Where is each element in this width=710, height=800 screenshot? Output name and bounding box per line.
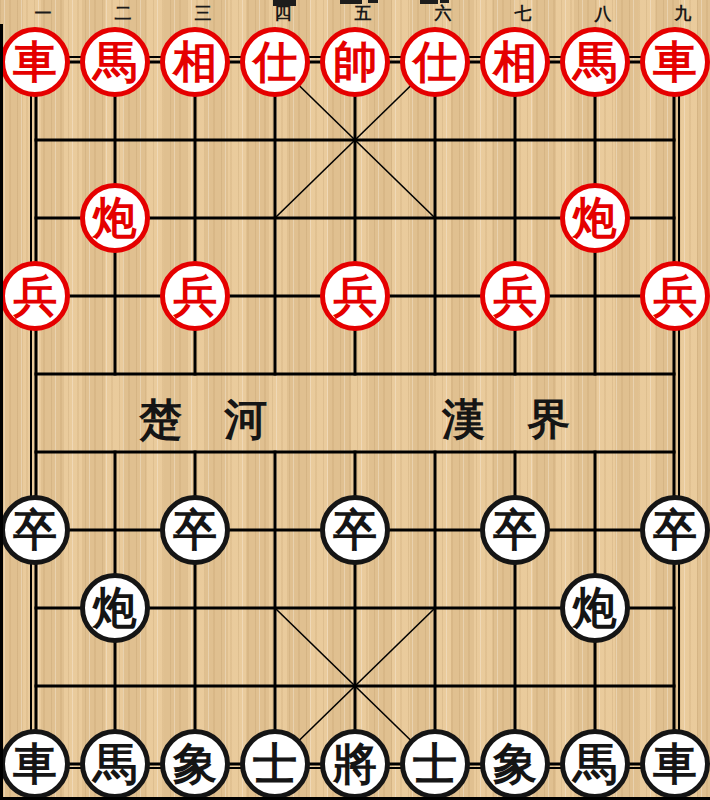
board-point-5-10[interactable]: 將 <box>315 725 395 800</box>
board-point-1-6[interactable] <box>0 413 75 491</box>
board-point-2-2[interactable] <box>75 101 155 179</box>
board-point-8-10[interactable]: 馬 <box>555 725 635 800</box>
black-piece-士-6-10[interactable]: 士 <box>400 729 470 799</box>
board-point-6-2[interactable] <box>395 101 475 179</box>
board-point-9-2[interactable] <box>635 101 710 179</box>
black-piece-將-5-10[interactable]: 將 <box>320 729 390 799</box>
black-piece-象-3-10[interactable]: 象 <box>160 729 230 799</box>
black-piece-炮-8-8[interactable]: 炮 <box>560 573 630 643</box>
board-point-4-4[interactable] <box>235 257 315 335</box>
river-character: 漢 <box>442 391 485 449</box>
board-point-2-8[interactable]: 炮 <box>75 569 155 647</box>
red-piece-仕-4-1[interactable]: 仕 <box>240 27 310 97</box>
file-label-2: 二 <box>106 2 140 25</box>
board-point-1-10[interactable]: 車 <box>0 725 75 800</box>
cropped-text-fragment <box>273 0 296 6</box>
board-point-8-2[interactable] <box>555 101 635 179</box>
cropped-text-fragment <box>440 0 449 3</box>
board-point-9-3[interactable] <box>635 179 710 257</box>
board-point-3-9[interactable] <box>155 647 235 725</box>
file-label-8: 八 <box>586 2 620 25</box>
board-point-8-9[interactable] <box>555 647 635 725</box>
board-point-8-8[interactable]: 炮 <box>555 569 635 647</box>
board-point-3-8[interactable] <box>155 569 235 647</box>
board-point-6-7[interactable] <box>395 491 475 569</box>
board-point-4-10[interactable]: 士 <box>235 725 315 800</box>
red-piece-馬-8-1[interactable]: 馬 <box>560 27 630 97</box>
board-point-4-1[interactable]: 仕 <box>235 23 315 101</box>
black-piece-象-7-10[interactable]: 象 <box>480 729 550 799</box>
board-point-5-8[interactable] <box>315 569 395 647</box>
board-point-6-1[interactable]: 仕 <box>395 23 475 101</box>
board-point-6-8[interactable] <box>395 569 475 647</box>
red-piece-兵-9-4[interactable]: 兵 <box>640 261 710 331</box>
river-character: 楚 <box>139 391 182 449</box>
black-piece-卒-9-7[interactable]: 卒 <box>640 495 710 565</box>
board-point-2-4[interactable] <box>75 257 155 335</box>
red-piece-馬-2-1[interactable]: 馬 <box>80 27 150 97</box>
black-piece-士-4-10[interactable]: 士 <box>240 729 310 799</box>
xiangqi-board: 楚河 漢界 一二三四五六七八九 車馬相仕帥仕相馬車炮炮兵兵兵兵兵卒卒卒卒卒炮炮車… <box>0 0 710 800</box>
board-point-9-6[interactable] <box>635 413 710 491</box>
board-point-4-2[interactable] <box>235 101 315 179</box>
red-piece-相-7-1[interactable]: 相 <box>480 27 550 97</box>
board-point-3-10[interactable]: 象 <box>155 725 235 800</box>
board-point-7-2[interactable] <box>475 101 555 179</box>
board-point-1-2[interactable] <box>0 101 75 179</box>
black-piece-馬-2-10[interactable]: 馬 <box>80 729 150 799</box>
board-point-1-7[interactable]: 卒 <box>0 491 75 569</box>
board-point-6-9[interactable] <box>395 647 475 725</box>
river-label-chu-he: 楚河 <box>139 391 267 449</box>
board-point-8-4[interactable] <box>555 257 635 335</box>
board-point-4-7[interactable] <box>235 491 315 569</box>
board-point-6-3[interactable] <box>395 179 475 257</box>
red-piece-帥-5-1[interactable]: 帥 <box>320 27 390 97</box>
board-point-3-2[interactable] <box>155 101 235 179</box>
board-point-7-10[interactable]: 象 <box>475 725 555 800</box>
board-point-3-3[interactable] <box>155 179 235 257</box>
board-point-9-5[interactable] <box>635 335 710 413</box>
board-point-5-2[interactable] <box>315 101 395 179</box>
river-character: 河 <box>224 391 267 449</box>
board-point-4-3[interactable] <box>235 179 315 257</box>
frame-edge-left <box>0 24 3 800</box>
board-point-5-6[interactable] <box>315 413 395 491</box>
red-piece-兵-7-4[interactable]: 兵 <box>480 261 550 331</box>
board-point-5-1[interactable]: 帥 <box>315 23 395 101</box>
black-piece-卒-1-7[interactable]: 卒 <box>0 495 70 565</box>
river-character: 界 <box>527 391 570 449</box>
red-piece-炮-8-3[interactable]: 炮 <box>560 183 630 253</box>
board-points: 車馬相仕帥仕相馬車炮炮兵兵兵兵兵卒卒卒卒卒炮炮車馬象士將士象馬車 <box>0 23 710 800</box>
board-point-9-10[interactable]: 車 <box>635 725 710 800</box>
board-point-2-7[interactable] <box>75 491 155 569</box>
board-point-2-10[interactable]: 馬 <box>75 725 155 800</box>
board-point-8-1[interactable]: 馬 <box>555 23 635 101</box>
red-piece-兵-3-4[interactable]: 兵 <box>160 261 230 331</box>
board-point-6-4[interactable] <box>395 257 475 335</box>
black-piece-卒-3-7[interactable]: 卒 <box>160 495 230 565</box>
board-point-1-3[interactable] <box>0 179 75 257</box>
red-piece-車-1-1[interactable]: 車 <box>0 27 70 97</box>
board-point-3-7[interactable]: 卒 <box>155 491 235 569</box>
file-label-5: 五 <box>346 2 380 25</box>
board-point-9-7[interactable]: 卒 <box>635 491 710 569</box>
board-point-8-3[interactable]: 炮 <box>555 179 635 257</box>
board-point-1-1[interactable]: 車 <box>0 23 75 101</box>
file-label-1: 一 <box>26 2 60 25</box>
board-point-2-3[interactable]: 炮 <box>75 179 155 257</box>
board-point-3-4[interactable]: 兵 <box>155 257 235 335</box>
board-point-9-1[interactable]: 車 <box>635 23 710 101</box>
file-label-6: 六 <box>426 2 460 25</box>
cropped-text-fragment <box>368 0 378 3</box>
file-label-3: 三 <box>186 2 220 25</box>
black-piece-馬-8-10[interactable]: 馬 <box>560 729 630 799</box>
board-point-3-1[interactable]: 相 <box>155 23 235 101</box>
board-point-4-9[interactable] <box>235 647 315 725</box>
board-point-7-1[interactable]: 相 <box>475 23 555 101</box>
board-point-5-9[interactable] <box>315 647 395 725</box>
board-point-1-9[interactable] <box>0 647 75 725</box>
board-point-5-5[interactable] <box>315 335 395 413</box>
black-piece-卒-5-7[interactable]: 卒 <box>320 495 390 565</box>
board-point-4-8[interactable] <box>235 569 315 647</box>
file-label-9: 九 <box>666 2 700 25</box>
board-point-9-8[interactable] <box>635 569 710 647</box>
cropped-text-fragment <box>340 0 362 4</box>
board-point-7-4[interactable]: 兵 <box>475 257 555 335</box>
board-point-7-7[interactable]: 卒 <box>475 491 555 569</box>
board-point-7-8[interactable] <box>475 569 555 647</box>
red-piece-車-9-1[interactable]: 車 <box>640 27 710 97</box>
board-point-9-4[interactable]: 兵 <box>635 257 710 335</box>
black-piece-車-1-10[interactable]: 車 <box>0 729 70 799</box>
black-piece-卒-7-7[interactable]: 卒 <box>480 495 550 565</box>
river-label-han-jie: 漢界 <box>442 391 570 449</box>
board-point-2-9[interactable] <box>75 647 155 725</box>
red-piece-相-3-1[interactable]: 相 <box>160 27 230 97</box>
board-point-2-1[interactable]: 馬 <box>75 23 155 101</box>
board-point-6-10[interactable]: 士 <box>395 725 475 800</box>
red-piece-仕-6-1[interactable]: 仕 <box>400 27 470 97</box>
board-point-1-4[interactable]: 兵 <box>0 257 75 335</box>
board-point-5-3[interactable] <box>315 179 395 257</box>
board-point-5-4[interactable]: 兵 <box>315 257 395 335</box>
red-piece-炮-2-3[interactable]: 炮 <box>80 183 150 253</box>
red-piece-兵-5-4[interactable]: 兵 <box>320 261 390 331</box>
board-point-5-7[interactable]: 卒 <box>315 491 395 569</box>
board-point-8-7[interactable] <box>555 491 635 569</box>
red-piece-兵-1-4[interactable]: 兵 <box>0 261 70 331</box>
black-piece-炮-2-8[interactable]: 炮 <box>80 573 150 643</box>
board-point-7-9[interactable] <box>475 647 555 725</box>
board-point-1-5[interactable] <box>0 335 75 413</box>
board-point-7-3[interactable] <box>475 179 555 257</box>
black-piece-車-9-10[interactable]: 車 <box>640 729 710 799</box>
cropped-text-fragment <box>420 0 438 4</box>
file-label-7: 七 <box>506 2 540 25</box>
board-point-1-8[interactable] <box>0 569 75 647</box>
board-point-9-9[interactable] <box>635 647 710 725</box>
